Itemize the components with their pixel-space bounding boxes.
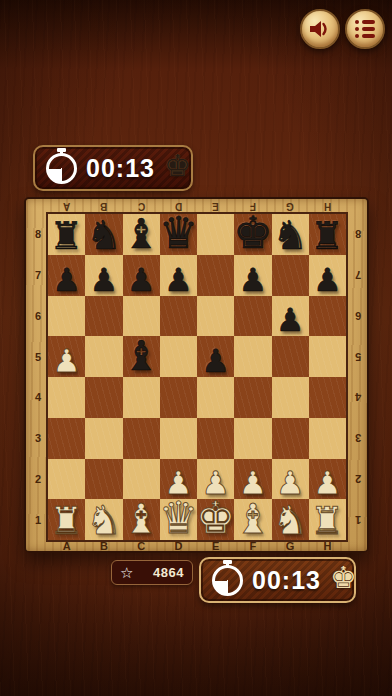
chess-board: ABCDEFGH 87654321 87654321 ABCDEFGH ♜♞♝♛… [24, 197, 369, 553]
piece-black-bishop-c5[interactable]: ♝ [123, 336, 160, 377]
piece-white-pawn-h2[interactable]: ♟ [313, 467, 342, 499]
square-g8[interactable]: ♞ [272, 214, 309, 255]
square-g5[interactable] [272, 336, 309, 377]
coordinate-label: A [63, 201, 70, 212]
stopwatch-icon [46, 153, 77, 184]
square-e3[interactable] [197, 418, 234, 459]
rank-labels-right: 87654321 [347, 214, 369, 540]
square-a8[interactable]: ♜ [48, 214, 85, 255]
square-g3[interactable] [272, 418, 309, 459]
square-b3[interactable] [85, 418, 122, 459]
square-h3[interactable] [309, 418, 346, 459]
square-g6[interactable]: ♟ [272, 296, 309, 337]
star-icon: ☆ [120, 565, 133, 580]
piece-black-bishop-c8[interactable]: ♝ [123, 214, 160, 255]
stopwatch-icon [212, 565, 243, 596]
square-h5[interactable] [309, 336, 346, 377]
square-f6[interactable] [234, 296, 271, 337]
piece-black-pawn-b7[interactable]: ♟ [90, 264, 119, 296]
square-c6[interactable] [123, 296, 160, 337]
square-f2[interactable]: ♟ [234, 459, 271, 500]
black-player-timer: 00:13 ♚ [33, 145, 193, 191]
piece-black-pawn-g6[interactable]: ♟ [276, 304, 305, 336]
coordinate-label: 1 [35, 514, 41, 526]
square-a6[interactable] [48, 296, 85, 337]
list-menu-icon [355, 20, 375, 38]
piece-black-queen-d8[interactable]: ♛ [159, 211, 198, 255]
piece-white-pawn-f2[interactable]: ♟ [239, 467, 268, 499]
piece-white-pawn-g2[interactable]: ♟ [276, 467, 305, 499]
piece-white-bishop-f1[interactable]: ♝ [234, 499, 271, 540]
square-e5[interactable]: ♟ [197, 336, 234, 377]
square-c2[interactable] [123, 459, 160, 500]
square-d5[interactable] [160, 336, 197, 377]
square-a5[interactable]: ♟ [48, 336, 85, 377]
square-f5[interactable] [234, 336, 271, 377]
piece-white-rook-h1[interactable]: ♜ [310, 502, 344, 540]
square-h2[interactable]: ♟ [309, 459, 346, 500]
square-f3[interactable] [234, 418, 271, 459]
score-badge: ☆ 4864 [111, 560, 193, 585]
coordinate-label: 4 [35, 391, 41, 403]
coordinate-label: 7 [35, 269, 41, 281]
piece-black-rook-a8[interactable]: ♜ [50, 217, 84, 255]
square-e6[interactable] [197, 296, 234, 337]
white-timer-value: 00:13 [252, 566, 321, 595]
piece-white-pawn-a5[interactable]: ♟ [52, 345, 81, 377]
piece-white-rook-a1[interactable]: ♜ [50, 502, 84, 540]
black-timer-value: 00:13 [86, 154, 155, 183]
square-h1[interactable]: ♜ [309, 499, 346, 540]
coordinate-label: 6 [35, 310, 41, 322]
coordinate-label: 1 [355, 514, 361, 526]
square-a2[interactable] [48, 459, 85, 500]
board-squares: ♜♞♝♛♚♞♜♟♟♟♟♟♟♟♟♝♟♟♟♟♟♟♜♞♝♛♚♝♞♜ [46, 212, 348, 542]
square-g1[interactable]: ♞ [272, 499, 309, 540]
square-h4[interactable] [309, 377, 346, 418]
piece-white-bishop-c1[interactable]: ♝ [123, 499, 160, 540]
square-a3[interactable] [48, 418, 85, 459]
coordinate-label: 4 [355, 391, 361, 403]
square-c3[interactable] [123, 418, 160, 459]
white-player-timer: 00:13 ♚ [199, 557, 356, 603]
piece-black-knight-g8[interactable]: ♞ [272, 215, 308, 255]
square-g7[interactable] [272, 255, 309, 296]
square-c4[interactable] [123, 377, 160, 418]
square-b5[interactable] [85, 336, 122, 377]
square-e1[interactable]: ♚ [197, 499, 234, 540]
black-king-icon: ♚ [164, 151, 191, 181]
square-a1[interactable]: ♜ [48, 499, 85, 540]
square-e7[interactable] [197, 255, 234, 296]
coordinate-label: 3 [35, 432, 41, 444]
coordinate-label: B [100, 201, 107, 212]
square-c1[interactable]: ♝ [123, 499, 160, 540]
square-b1[interactable]: ♞ [85, 499, 122, 540]
square-g2[interactable]: ♟ [272, 459, 309, 500]
square-d1[interactable]: ♛ [160, 499, 197, 540]
square-e8[interactable] [197, 214, 234, 255]
square-d6[interactable] [160, 296, 197, 337]
piece-black-pawn-d7[interactable]: ♟ [164, 264, 193, 296]
square-h8[interactable]: ♜ [309, 214, 346, 255]
coordinate-label: 5 [35, 351, 41, 363]
speaker-icon [309, 19, 331, 39]
piece-white-king-e1[interactable]: ♚ [196, 496, 235, 540]
coordinate-label: 8 [355, 228, 361, 240]
piece-black-knight-b8[interactable]: ♞ [86, 215, 122, 255]
coordinate-label: 5 [355, 351, 361, 363]
square-h6[interactable] [309, 296, 346, 337]
piece-black-pawn-e5[interactable]: ♟ [201, 345, 230, 377]
square-d3[interactable] [160, 418, 197, 459]
piece-white-knight-b1[interactable]: ♞ [86, 500, 122, 540]
square-b2[interactable] [85, 459, 122, 500]
square-f4[interactable] [234, 377, 271, 418]
square-c5[interactable]: ♝ [123, 336, 160, 377]
coordinate-label: 7 [355, 269, 361, 281]
piece-white-knight-g1[interactable]: ♞ [272, 500, 308, 540]
white-king-icon: ♚ [330, 563, 357, 593]
coordinate-label: 8 [35, 228, 41, 240]
square-h7[interactable]: ♟ [309, 255, 346, 296]
square-g4[interactable] [272, 377, 309, 418]
square-b8[interactable]: ♞ [85, 214, 122, 255]
square-f8[interactable]: ♚ [234, 214, 271, 255]
coordinate-label: G [286, 201, 294, 212]
square-d8[interactable]: ♛ [160, 214, 197, 255]
square-a4[interactable] [48, 377, 85, 418]
menu-button[interactable] [345, 9, 385, 49]
square-d4[interactable] [160, 377, 197, 418]
piece-white-queen-d1[interactable]: ♛ [159, 496, 198, 540]
piece-black-pawn-f7[interactable]: ♟ [239, 264, 268, 296]
rank-labels-left: 87654321 [28, 214, 48, 540]
square-f7[interactable]: ♟ [234, 255, 271, 296]
piece-black-pawn-c7[interactable]: ♟ [127, 264, 156, 296]
piece-black-king-f8[interactable]: ♚ [233, 211, 272, 255]
square-b6[interactable] [85, 296, 122, 337]
square-d7[interactable]: ♟ [160, 255, 197, 296]
square-a7[interactable]: ♟ [48, 255, 85, 296]
score-value: 4864 [133, 565, 184, 580]
coordinate-label: E [212, 201, 219, 212]
square-b7[interactable]: ♟ [85, 255, 122, 296]
piece-black-pawn-a7[interactable]: ♟ [52, 264, 81, 296]
piece-black-rook-h8[interactable]: ♜ [310, 217, 344, 255]
square-b4[interactable] [85, 377, 122, 418]
coordinate-label: 6 [355, 310, 361, 322]
coordinate-label: 3 [355, 432, 361, 444]
coordinate-label: 2 [355, 473, 361, 485]
square-e4[interactable] [197, 377, 234, 418]
square-c8[interactable]: ♝ [123, 214, 160, 255]
sound-button[interactable] [300, 9, 340, 49]
coordinate-label: 2 [35, 473, 41, 485]
square-c7[interactable]: ♟ [123, 255, 160, 296]
square-f1[interactable]: ♝ [234, 499, 271, 540]
piece-black-pawn-h7[interactable]: ♟ [313, 264, 342, 296]
coordinate-label: H [324, 201, 331, 212]
